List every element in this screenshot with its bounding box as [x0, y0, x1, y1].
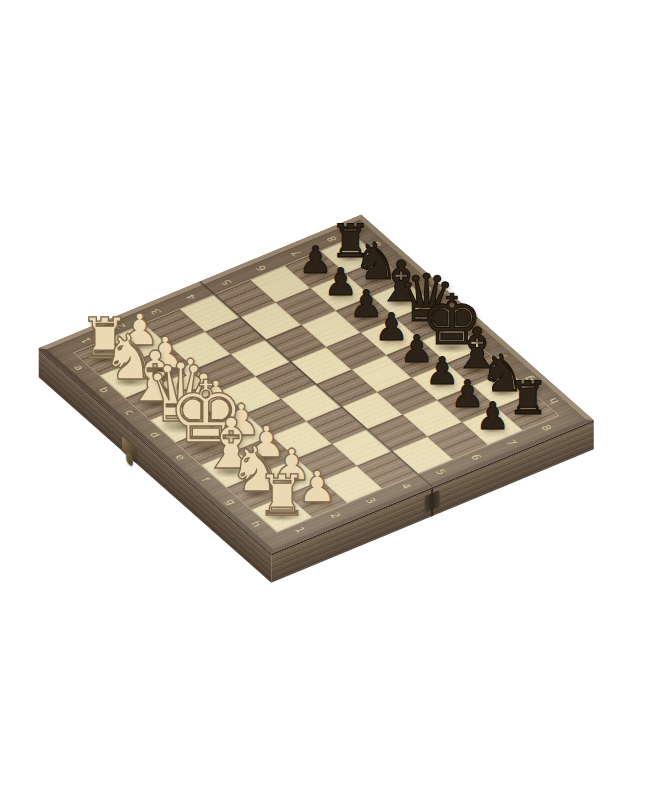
pieces-layer: ♜♞♝♛♚♝♞♜♟♟♟♟♟♟♟♟♟♟♟♟♟♟♟♟♜♞♝♛♚♝♞♜ — [0, 0, 650, 800]
black-pawn-h7[interactable]: ♟ — [476, 399, 510, 437]
photo-stage: abcdefgh abcdefgh 87654321 87654321 ♜♞♝♛… — [0, 0, 650, 800]
white-rook-h1[interactable]: ♜ — [257, 467, 308, 523]
black-rook-h8[interactable]: ♜ — [507, 376, 548, 422]
